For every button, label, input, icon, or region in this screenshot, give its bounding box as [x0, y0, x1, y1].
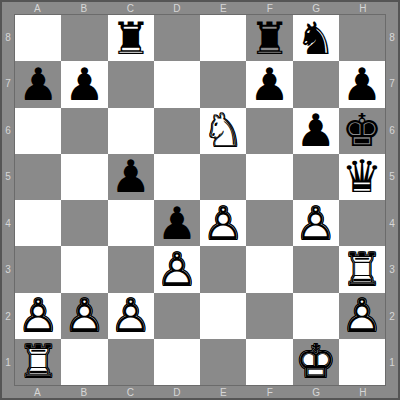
- square-e4[interactable]: ♟♙: [200, 200, 246, 246]
- black-rook-glyph: ♜: [110, 16, 150, 61]
- white-pawn-outline: ♙: [108, 293, 154, 339]
- square-a3[interactable]: [15, 246, 61, 292]
- black-pawn-glyph: ♟: [249, 62, 289, 107]
- square-d3[interactable]: ♟♙: [154, 246, 200, 292]
- square-d5[interactable]: [154, 154, 200, 200]
- file-label-b: B: [61, 2, 108, 14]
- rank-label-1: 1: [2, 340, 14, 387]
- rank-label-6: 6: [2, 107, 14, 154]
- black-knight-glyph: ♞: [295, 16, 335, 61]
- rank-label-7: 7: [2, 61, 14, 108]
- white-pawn[interactable]: ♟♙: [339, 293, 385, 339]
- chess-board: ♜♜♞♟♟♟♟♞♘♟♚♟♛♟♟♙♟♙♟♙♜♖♟♙♟♙♟♙♟♙♜♖♚♔: [14, 14, 386, 386]
- square-a4[interactable]: [15, 200, 61, 246]
- white-king[interactable]: ♚♔: [293, 339, 339, 385]
- square-a5[interactable]: [15, 154, 61, 200]
- square-h2[interactable]: ♟♙: [339, 293, 385, 339]
- rank-label-2: 2: [2, 293, 14, 340]
- square-f8[interactable]: ♜: [246, 15, 292, 61]
- square-h7[interactable]: ♟: [339, 61, 385, 107]
- square-e1[interactable]: [200, 339, 246, 385]
- file-label-h: H: [340, 386, 387, 398]
- square-c6[interactable]: [108, 108, 154, 154]
- black-rook-glyph: ♜: [249, 16, 289, 61]
- chessboard-frame: ABCDEFGH ABCDEFGH 87654321 87654321 ♜♜♞♟…: [0, 0, 400, 400]
- square-c2[interactable]: ♟♙: [108, 293, 154, 339]
- black-pawn[interactable]: ♟: [108, 154, 154, 200]
- square-h5[interactable]: ♛: [339, 154, 385, 200]
- white-pawn[interactable]: ♟♙: [200, 200, 246, 246]
- square-g6[interactable]: ♟: [293, 108, 339, 154]
- square-b4[interactable]: [61, 200, 107, 246]
- rank-label-3: 3: [386, 247, 398, 294]
- square-b8[interactable]: [61, 15, 107, 61]
- square-d8[interactable]: [154, 15, 200, 61]
- square-d2[interactable]: [154, 293, 200, 339]
- file-label-d: D: [154, 386, 201, 398]
- square-e7[interactable]: [200, 61, 246, 107]
- square-g2[interactable]: [293, 293, 339, 339]
- square-b7[interactable]: ♟: [61, 61, 107, 107]
- black-pawn[interactable]: ♟: [15, 61, 61, 107]
- file-label-h: H: [340, 2, 387, 14]
- square-c1[interactable]: [108, 339, 154, 385]
- file-label-c: C: [107, 386, 154, 398]
- black-pawn-glyph: ♟: [18, 62, 58, 107]
- rank-label-4: 4: [386, 200, 398, 247]
- white-pawn-outline: ♙: [154, 246, 200, 292]
- square-g5[interactable]: [293, 154, 339, 200]
- white-knight-outline: ♘: [200, 108, 246, 154]
- white-pawn[interactable]: ♟♙: [108, 293, 154, 339]
- square-f5[interactable]: [246, 154, 292, 200]
- square-a2[interactable]: ♟♙: [15, 293, 61, 339]
- rank-label-1: 1: [386, 340, 398, 387]
- black-rook[interactable]: ♜: [108, 15, 154, 61]
- black-pawn[interactable]: ♟: [293, 108, 339, 154]
- square-a7[interactable]: ♟: [15, 61, 61, 107]
- black-queen-glyph: ♛: [342, 154, 382, 199]
- square-c5[interactable]: ♟: [108, 154, 154, 200]
- black-pawn-glyph: ♟: [157, 201, 197, 246]
- rank-label-7: 7: [386, 61, 398, 108]
- black-pawn[interactable]: ♟: [246, 61, 292, 107]
- square-a1[interactable]: ♜♖: [15, 339, 61, 385]
- file-label-a: A: [14, 2, 61, 14]
- rank-label-4: 4: [2, 200, 14, 247]
- rank-label-5: 5: [2, 154, 14, 201]
- black-queen[interactable]: ♛: [339, 154, 385, 200]
- white-rook[interactable]: ♜♖: [339, 246, 385, 292]
- white-pawn[interactable]: ♟♙: [154, 246, 200, 292]
- square-e8[interactable]: [200, 15, 246, 61]
- black-pawn[interactable]: ♟: [339, 61, 385, 107]
- black-knight[interactable]: ♞: [293, 15, 339, 61]
- square-b1[interactable]: [61, 339, 107, 385]
- square-d6[interactable]: [154, 108, 200, 154]
- black-pawn[interactable]: ♟: [61, 61, 107, 107]
- white-pawn[interactable]: ♟♙: [15, 293, 61, 339]
- black-pawn-glyph: ♟: [295, 108, 335, 153]
- black-king-glyph: ♚: [342, 108, 382, 153]
- white-king-outline: ♔: [293, 339, 339, 385]
- white-pawn-outline: ♙: [200, 200, 246, 246]
- square-e2[interactable]: [200, 293, 246, 339]
- white-rook[interactable]: ♜♖: [15, 339, 61, 385]
- square-b6[interactable]: [61, 108, 107, 154]
- white-pawn-outline: ♙: [61, 293, 107, 339]
- square-h3[interactable]: ♜♖: [339, 246, 385, 292]
- white-pawn-outline: ♙: [339, 293, 385, 339]
- square-g7[interactable]: [293, 61, 339, 107]
- square-f7[interactable]: ♟: [246, 61, 292, 107]
- square-c8[interactable]: ♜: [108, 15, 154, 61]
- square-a8[interactable]: [15, 15, 61, 61]
- square-c3[interactable]: [108, 246, 154, 292]
- rank-label-3: 3: [2, 247, 14, 294]
- square-f3[interactable]: [246, 246, 292, 292]
- file-label-e: E: [200, 2, 247, 14]
- square-h1[interactable]: [339, 339, 385, 385]
- black-king[interactable]: ♚: [339, 108, 385, 154]
- square-e6[interactable]: ♞♘: [200, 108, 246, 154]
- rank-label-5: 5: [386, 154, 398, 201]
- white-rook-outline: ♖: [15, 339, 61, 385]
- square-d4[interactable]: ♟: [154, 200, 200, 246]
- file-label-e: E: [200, 386, 247, 398]
- black-pawn-glyph: ♟: [110, 154, 150, 199]
- square-a6[interactable]: [15, 108, 61, 154]
- square-c7[interactable]: [108, 61, 154, 107]
- square-b3[interactable]: [61, 246, 107, 292]
- square-g8[interactable]: ♞: [293, 15, 339, 61]
- square-g3[interactable]: [293, 246, 339, 292]
- square-d7[interactable]: [154, 61, 200, 107]
- square-f4[interactable]: [246, 200, 292, 246]
- square-b5[interactable]: [61, 154, 107, 200]
- white-knight[interactable]: ♞♘: [200, 108, 246, 154]
- square-h8[interactable]: [339, 15, 385, 61]
- square-c4[interactable]: [108, 200, 154, 246]
- black-pawn-glyph: ♟: [342, 62, 382, 107]
- white-rook-outline: ♖: [339, 246, 385, 292]
- rank-labels-left: 87654321: [2, 14, 14, 386]
- rank-label-8: 8: [386, 14, 398, 61]
- rank-label-6: 6: [386, 107, 398, 154]
- black-rook[interactable]: ♜: [246, 15, 292, 61]
- file-label-f: F: [247, 386, 294, 398]
- black-pawn-glyph: ♟: [64, 62, 104, 107]
- white-pawn-outline: ♙: [293, 200, 339, 246]
- square-g1[interactable]: ♚♔: [293, 339, 339, 385]
- rank-label-2: 2: [386, 293, 398, 340]
- square-h4[interactable]: [339, 200, 385, 246]
- square-e5[interactable]: [200, 154, 246, 200]
- square-f2[interactable]: [246, 293, 292, 339]
- square-b2[interactable]: ♟♙: [61, 293, 107, 339]
- square-d1[interactable]: [154, 339, 200, 385]
- square-f6[interactable]: [246, 108, 292, 154]
- black-pawn[interactable]: ♟: [154, 200, 200, 246]
- square-h6[interactable]: ♚: [339, 108, 385, 154]
- file-label-d: D: [154, 2, 201, 14]
- square-g4[interactable]: ♟♙: [293, 200, 339, 246]
- rank-labels-right: 87654321: [386, 14, 398, 386]
- square-e3[interactable]: [200, 246, 246, 292]
- white-pawn-outline: ♙: [15, 293, 61, 339]
- file-label-b: B: [61, 386, 108, 398]
- square-f1[interactable]: [246, 339, 292, 385]
- white-pawn[interactable]: ♟♙: [293, 200, 339, 246]
- rank-label-8: 8: [2, 14, 14, 61]
- white-pawn[interactable]: ♟♙: [61, 293, 107, 339]
